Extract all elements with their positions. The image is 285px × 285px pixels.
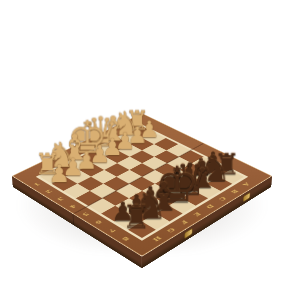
black-rook-h8: ♜ <box>112 201 160 233</box>
square-h2: ♟ <box>52 177 78 191</box>
white-pawn-h2: ♟ <box>37 162 82 186</box>
fold-seam-side <box>73 214 74 226</box>
chess-set-photo: ♜♟♟♜♞♟♟♞♝♟♟♝♛♟♟♛♚♟♟♚♝♟♟♝♞♟♟♞♜♟♟♜ 1234567… <box>0 0 285 285</box>
brass-clasp-icon <box>243 192 251 203</box>
